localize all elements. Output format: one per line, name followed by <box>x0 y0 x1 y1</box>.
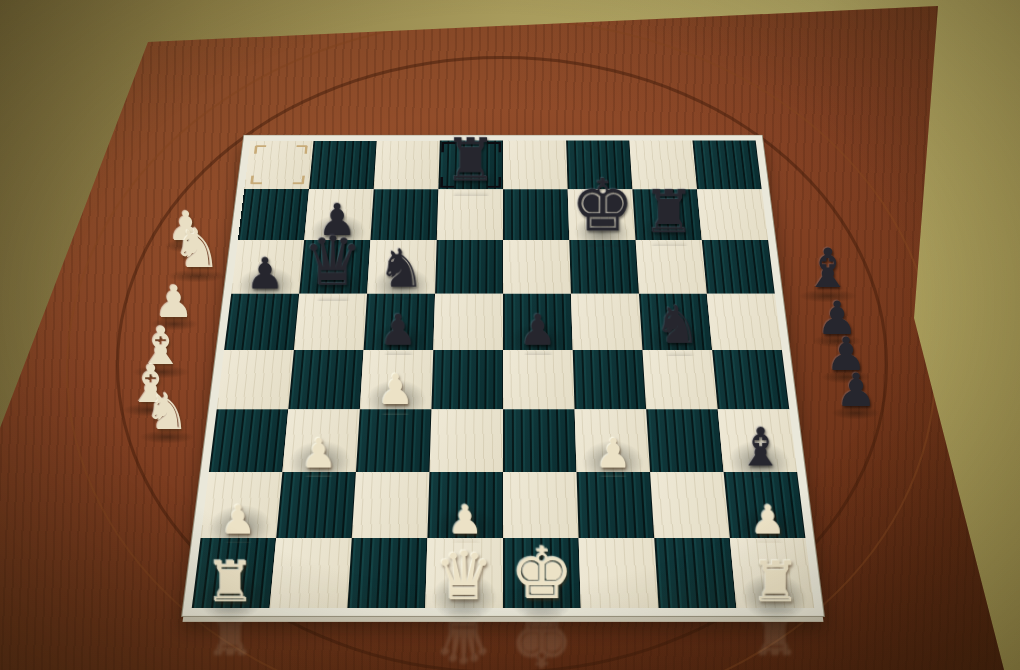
square-a4[interactable] <box>217 350 294 409</box>
square-g6[interactable] <box>636 240 707 294</box>
piece-white-rook-h1[interactable]: ♜ <box>737 554 815 610</box>
captured-black-bishop: ♝ <box>804 242 852 296</box>
square-e6[interactable] <box>503 240 571 294</box>
captured-white-knight: ♞ <box>173 222 221 276</box>
square-c1[interactable] <box>347 538 427 608</box>
square-h7[interactable] <box>697 189 768 240</box>
square-b4[interactable] <box>288 350 363 409</box>
piece-black-bishop-h3[interactable]: ♝ <box>724 421 798 474</box>
square-e7[interactable] <box>503 189 569 240</box>
square-c2[interactable] <box>352 472 430 538</box>
square-f7[interactable]: ♚ <box>568 189 636 240</box>
square-a1[interactable]: ♜ <box>192 538 276 608</box>
square-e1[interactable]: ♚ <box>503 538 581 608</box>
piece-black-queen-b6[interactable]: ♛ <box>299 227 367 295</box>
square-a5[interactable] <box>224 294 299 350</box>
chess-board-3d: ♜♟♚♜♟♛♞♟♟♞♟♟♟♝♟♟♟♜♛♚♜ <box>182 135 824 616</box>
square-d5[interactable] <box>433 294 503 350</box>
square-g3[interactable] <box>646 409 723 472</box>
square-d6[interactable] <box>435 240 503 294</box>
captured-black-pawn: ♟ <box>835 367 876 413</box>
square-d1[interactable]: ♛ <box>425 538 503 608</box>
square-e2[interactable] <box>503 472 579 538</box>
square-e5[interactable]: ♟ <box>503 294 573 350</box>
square-f6[interactable] <box>569 240 639 294</box>
square-f2[interactable] <box>577 472 655 538</box>
square-e3[interactable] <box>503 409 577 472</box>
square-f4[interactable] <box>573 350 646 409</box>
piece-white-king-e1[interactable]: ♚ <box>503 539 581 610</box>
square-g2[interactable] <box>650 472 730 538</box>
square-a8[interactable] <box>244 141 313 190</box>
square-a3[interactable] <box>209 409 288 472</box>
square-f1[interactable] <box>579 538 659 608</box>
piece-white-pawn-b3[interactable]: ♟ <box>282 433 356 474</box>
square-d7[interactable] <box>437 189 503 240</box>
square-g7[interactable]: ♜ <box>632 189 701 240</box>
square-b3[interactable]: ♟ <box>282 409 359 472</box>
piece-white-rook-a1[interactable]: ♜ <box>191 554 269 610</box>
square-g5[interactable]: ♞ <box>639 294 712 350</box>
square-h4[interactable] <box>712 350 789 409</box>
piece-white-pawn-c4[interactable]: ♟ <box>360 369 432 411</box>
piece-black-king-f7[interactable]: ♚ <box>569 169 635 241</box>
square-e8[interactable] <box>503 141 568 190</box>
board-border-frame: ♜♟♚♜♟♛♞♟♟♞♟♟♟♝♟♟♟♜♛♚♜ <box>182 135 824 616</box>
piece-white-pawn-d2[interactable]: ♟ <box>427 500 503 540</box>
piece-black-pawn-c5[interactable]: ♟ <box>363 309 433 352</box>
square-b5[interactable] <box>294 294 367 350</box>
piece-white-pawn-a2[interactable]: ♟ <box>200 500 276 540</box>
square-c7[interactable] <box>370 189 438 240</box>
square-a6[interactable]: ♟ <box>231 240 304 294</box>
square-g1[interactable] <box>654 538 736 608</box>
square-h2[interactable]: ♟ <box>724 472 806 538</box>
piece-black-knight-g5[interactable]: ♞ <box>643 299 713 351</box>
piece-black-pawn-e5[interactable]: ♟ <box>503 309 573 352</box>
piece-black-rook-g7[interactable]: ♜ <box>636 182 702 241</box>
square-h6[interactable] <box>702 240 775 294</box>
square-c8[interactable] <box>374 141 440 190</box>
square-f5[interactable] <box>571 294 642 350</box>
square-h1[interactable]: ♜ <box>730 538 814 608</box>
square-f3[interactable]: ♟ <box>575 409 650 472</box>
square-d4[interactable] <box>431 350 503 409</box>
square-c6[interactable]: ♞ <box>367 240 437 294</box>
captured-white-knight: ♞ <box>145 387 190 437</box>
piece-black-pawn-a6[interactable]: ♟ <box>231 252 299 296</box>
piece-white-queen-d1[interactable]: ♛ <box>425 543 503 610</box>
square-c5[interactable]: ♟ <box>364 294 435 350</box>
square-d8[interactable]: ♜ <box>438 141 503 190</box>
chess-titans-screen: ♜♟♚♜♟♛♞♟♟♞♟♟♟♝♟♟♟♜♛♚♜ ♟♞♟♝♝♞ ♝♟♟♟ <box>0 0 1020 670</box>
square-d2[interactable]: ♟ <box>427 472 503 538</box>
square-h3[interactable]: ♝ <box>718 409 797 472</box>
board-grid: ♜♟♚♜♟♛♞♟♟♞♟♟♟♝♟♟♟♜♛♚♜ <box>192 141 814 608</box>
square-b1[interactable] <box>270 538 352 608</box>
square-d3[interactable] <box>429 409 503 472</box>
square-b8[interactable] <box>309 141 377 190</box>
square-a2[interactable]: ♟ <box>201 472 283 538</box>
square-b6[interactable]: ♛ <box>299 240 370 294</box>
square-h8[interactable] <box>692 141 761 190</box>
square-h5[interactable] <box>707 294 782 350</box>
piece-white-pawn-h2[interactable]: ♟ <box>730 500 806 540</box>
piece-black-knight-c6[interactable]: ♞ <box>367 242 435 295</box>
square-c3[interactable] <box>356 409 431 472</box>
square-b2[interactable] <box>276 472 356 538</box>
piece-white-pawn-f3[interactable]: ♟ <box>577 433 651 474</box>
